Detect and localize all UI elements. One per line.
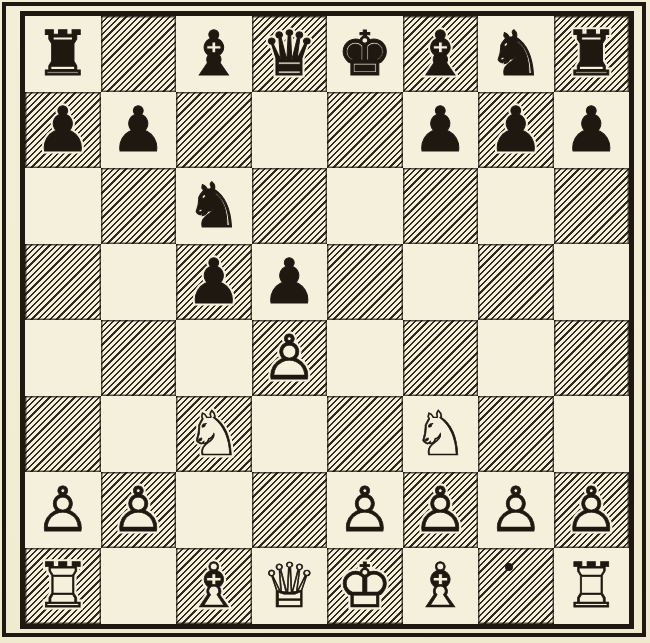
square-d6[interactable] — [252, 168, 328, 244]
square-e3[interactable] — [327, 396, 403, 472]
square-g4[interactable] — [478, 320, 554, 396]
square-g3[interactable] — [478, 396, 554, 472]
square-b4[interactable] — [101, 320, 177, 396]
square-a8[interactable]: ♜♜ — [25, 16, 101, 92]
square-h5[interactable] — [554, 244, 630, 320]
black-pawn-f7: ♟♟ — [403, 92, 479, 168]
square-h1[interactable]: ♜♖ — [554, 548, 630, 624]
black-king-e8: ♚♚ — [327, 16, 403, 92]
square-b5[interactable] — [101, 244, 177, 320]
square-c7[interactable] — [176, 92, 252, 168]
square-a6[interactable] — [25, 168, 101, 244]
square-f7[interactable]: ♟♟ — [403, 92, 479, 168]
white-pawn-d4: ♟♙ — [252, 320, 328, 396]
square-f5[interactable] — [403, 244, 479, 320]
square-c3[interactable]: ♞♘ — [176, 396, 252, 472]
square-f2[interactable]: ♟♙ — [403, 472, 479, 548]
white-bishop-f1: ♝♗ — [403, 548, 479, 624]
square-a4[interactable] — [25, 320, 101, 396]
white-queen-d1: ♛♕ — [252, 548, 328, 624]
square-b3[interactable] — [101, 396, 177, 472]
square-h4[interactable] — [554, 320, 630, 396]
square-h8[interactable]: ♜♜ — [554, 16, 630, 92]
square-e2[interactable]: ♟♙ — [327, 472, 403, 548]
square-d5[interactable]: ♟♟ — [252, 244, 328, 320]
square-b2[interactable]: ♟♙ — [101, 472, 177, 548]
square-b7[interactable]: ♟♟ — [101, 92, 177, 168]
square-d4[interactable]: ♟♙ — [252, 320, 328, 396]
square-g2[interactable]: ♟♙ — [478, 472, 554, 548]
white-pawn-a2: ♟♙ — [25, 472, 101, 548]
square-d2[interactable] — [252, 472, 328, 548]
square-g5[interactable] — [478, 244, 554, 320]
white-pawn-g2: ♟♙ — [478, 472, 554, 548]
square-e6[interactable] — [327, 168, 403, 244]
black-pawn-c5: ♟♟ — [176, 244, 252, 320]
square-d1[interactable]: ♛♕ — [252, 548, 328, 624]
square-c4[interactable] — [176, 320, 252, 396]
square-d8[interactable]: ♛♛ — [252, 16, 328, 92]
black-pawn-b7: ♟♟ — [101, 92, 177, 168]
square-g7[interactable]: ♟♟ — [478, 92, 554, 168]
square-e1[interactable]: ♚♔ — [327, 548, 403, 624]
white-pawn-b2: ♟♙ — [101, 472, 177, 548]
square-f3[interactable]: ♞♘ — [403, 396, 479, 472]
square-g1[interactable] — [478, 548, 554, 624]
square-g8[interactable]: ♞♞ — [478, 16, 554, 92]
white-rook-h1: ♜♖ — [554, 548, 630, 624]
white-knight-f3: ♞♘ — [403, 396, 479, 472]
white-king-e1: ♚♔ — [327, 548, 403, 624]
black-rook-a8: ♜♜ — [25, 16, 101, 92]
black-queen-d8: ♛♛ — [252, 16, 328, 92]
square-c5[interactable]: ♟♟ — [176, 244, 252, 320]
square-g6[interactable] — [478, 168, 554, 244]
square-e7[interactable] — [327, 92, 403, 168]
black-pawn-d5: ♟♟ — [252, 244, 328, 320]
black-pawn-a7: ♟♟ — [25, 92, 101, 168]
square-h7[interactable]: ♟♟ — [554, 92, 630, 168]
square-h2[interactable]: ♟♙ — [554, 472, 630, 548]
square-c8[interactable]: ♝♝ — [176, 16, 252, 92]
white-rook-a1: ♜♖ — [25, 548, 101, 624]
white-knight-c3: ♞♘ — [176, 396, 252, 472]
square-f6[interactable] — [403, 168, 479, 244]
board: ♜♜♝♝♛♛♚♚♝♝♞♞♜♜♟♟♟♟♟♟♟♟♟♟♞♞♟♟♟♟♟♙♞♘♞♘♟♙♟♙… — [20, 11, 634, 629]
square-b6[interactable] — [101, 168, 177, 244]
square-a5[interactable] — [25, 244, 101, 320]
square-h3[interactable] — [554, 396, 630, 472]
black-bishop-c8: ♝♝ — [176, 16, 252, 92]
square-a2[interactable]: ♟♙ — [25, 472, 101, 548]
black-knight-c6: ♞♞ — [176, 168, 252, 244]
black-rook-h8: ♜♜ — [554, 16, 630, 92]
square-e5[interactable] — [327, 244, 403, 320]
black-pawn-g7: ♟♟ — [478, 92, 554, 168]
square-c1[interactable]: ♝♗ — [176, 548, 252, 624]
square-d3[interactable] — [252, 396, 328, 472]
square-f8[interactable]: ♝♝ — [403, 16, 479, 92]
white-pawn-f2: ♟♙ — [403, 472, 479, 548]
white-pawn-e2: ♟♙ — [327, 472, 403, 548]
black-knight-g8: ♞♞ — [478, 16, 554, 92]
square-f4[interactable] — [403, 320, 479, 396]
square-h6[interactable] — [554, 168, 630, 244]
white-pawn-h2: ♟♙ — [554, 472, 630, 548]
square-c2[interactable] — [176, 472, 252, 548]
square-c6[interactable]: ♞♞ — [176, 168, 252, 244]
square-d7[interactable] — [252, 92, 328, 168]
square-f1[interactable]: ♝♗ — [403, 548, 479, 624]
square-e8[interactable]: ♚♚ — [327, 16, 403, 92]
black-pawn-h7: ♟♟ — [554, 92, 630, 168]
square-b1[interactable] — [101, 548, 177, 624]
square-a1[interactable]: ♜♖ — [25, 548, 101, 624]
ink-dot-artifact — [505, 563, 513, 571]
square-e4[interactable] — [327, 320, 403, 396]
square-b8[interactable] — [101, 16, 177, 92]
white-bishop-c1: ♝♗ — [176, 548, 252, 624]
black-bishop-f8: ♝♝ — [403, 16, 479, 92]
square-a3[interactable] — [25, 396, 101, 472]
square-a7[interactable]: ♟♟ — [25, 92, 101, 168]
